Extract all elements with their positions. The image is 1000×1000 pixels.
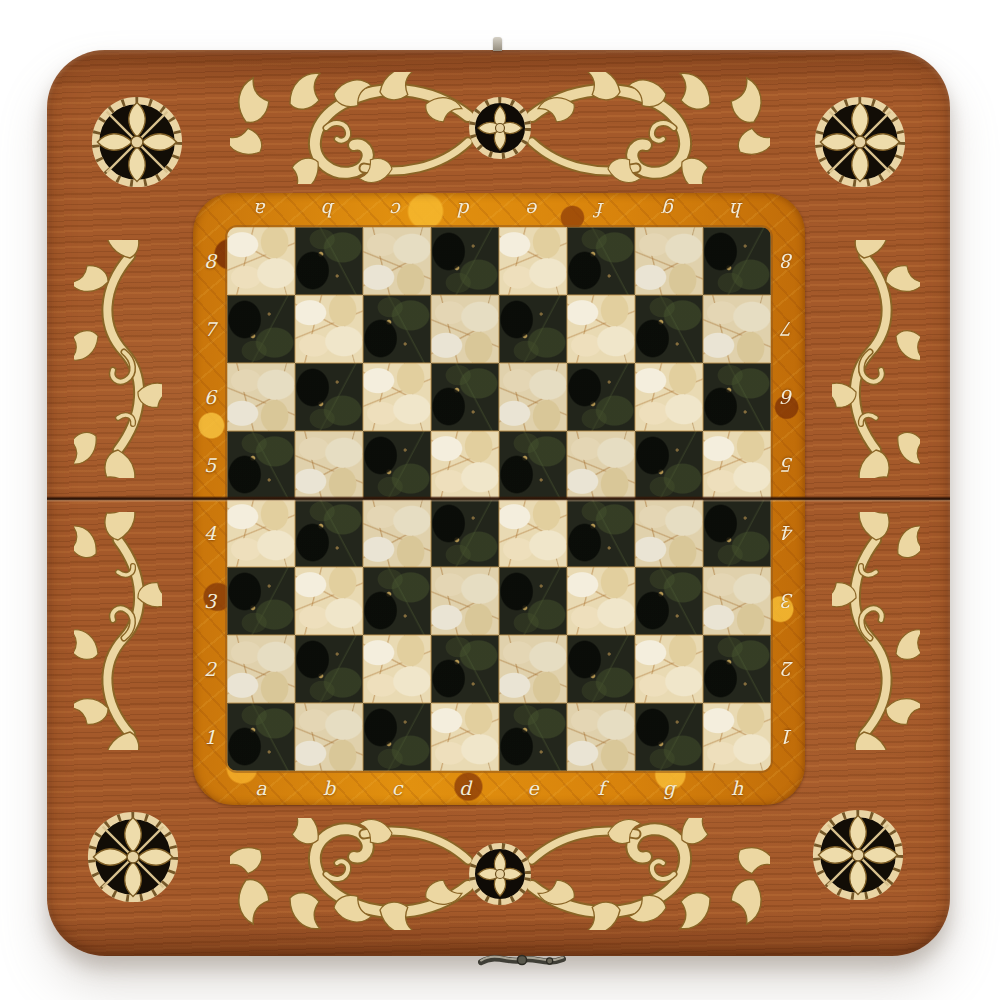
square-c6 [363, 363, 431, 431]
square-f7 [567, 295, 635, 363]
rank-label: 3 [771, 567, 805, 635]
square-f1 [567, 703, 635, 771]
square-c7 [363, 295, 431, 363]
file-label: h [703, 771, 771, 805]
fold-seam [47, 496, 950, 502]
square-d1 [431, 703, 499, 771]
rank-label: 8 [193, 227, 227, 295]
square-g6 [635, 363, 703, 431]
square-g5 [635, 431, 703, 499]
square-d2 [431, 635, 499, 703]
square-c3 [363, 567, 431, 635]
square-a2 [227, 635, 295, 703]
square-f3 [567, 567, 635, 635]
file-label: f [567, 771, 635, 805]
square-e4 [499, 499, 567, 567]
file-label: e [499, 193, 567, 227]
wooden-chess-box: abcdefgh abcdefgh 87654321 87654321 [47, 50, 950, 956]
floral-scroll-inlay-right-upper [832, 240, 920, 478]
square-e8 [499, 227, 567, 295]
file-label: a [227, 193, 295, 227]
square-g1 [635, 703, 703, 771]
square-b1 [295, 703, 363, 771]
square-c2 [363, 635, 431, 703]
square-g4 [635, 499, 703, 567]
square-c4 [363, 499, 431, 567]
rank-label: 4 [193, 499, 227, 567]
square-a7 [227, 295, 295, 363]
corner-rosette-icon [91, 96, 183, 188]
square-f4 [567, 499, 635, 567]
square-f2 [567, 635, 635, 703]
square-e1 [499, 703, 567, 771]
square-b2 [295, 635, 363, 703]
floral-scroll-inlay-right-lower [832, 512, 920, 750]
rank-label: 5 [193, 431, 227, 499]
square-e2 [499, 635, 567, 703]
square-b4 [295, 499, 363, 567]
rank-label: 1 [193, 703, 227, 771]
square-d6 [431, 363, 499, 431]
file-label: f [567, 193, 635, 227]
square-f6 [567, 363, 635, 431]
square-d7 [431, 295, 499, 363]
rank-label: 2 [771, 635, 805, 703]
square-b7 [295, 295, 363, 363]
rank-label: 8 [771, 227, 805, 295]
square-h4 [703, 499, 771, 567]
square-h2 [703, 635, 771, 703]
amber-chess-box-photo: abcdefgh abcdefgh 87654321 87654321 [0, 0, 1000, 1000]
square-h6 [703, 363, 771, 431]
rank-label: 6 [771, 363, 805, 431]
square-b6 [295, 363, 363, 431]
square-c1 [363, 703, 431, 771]
file-label: g [635, 193, 703, 227]
square-g3 [635, 567, 703, 635]
rank-label: 2 [193, 635, 227, 703]
floral-scroll-inlay-left-lower [74, 512, 162, 750]
hinge-pin-icon [493, 37, 502, 51]
square-a3 [227, 567, 295, 635]
floral-scroll-inlay-bottom [230, 818, 770, 930]
square-b8 [295, 227, 363, 295]
file-label: c [363, 771, 431, 805]
square-d4 [431, 499, 499, 567]
square-a8 [227, 227, 295, 295]
square-f5 [567, 431, 635, 499]
file-label: g [635, 771, 703, 805]
square-a4 [227, 499, 295, 567]
square-h1 [703, 703, 771, 771]
file-labels-bottom: abcdefgh [227, 771, 771, 805]
floral-scroll-inlay-top [230, 72, 770, 184]
square-e6 [499, 363, 567, 431]
square-b3 [295, 567, 363, 635]
square-f8 [567, 227, 635, 295]
rank-label: 7 [771, 295, 805, 363]
rank-label: 4 [771, 499, 805, 567]
square-c8 [363, 227, 431, 295]
square-a5 [227, 431, 295, 499]
file-label: d [431, 771, 499, 805]
corner-rosette-icon [812, 809, 904, 901]
square-h3 [703, 567, 771, 635]
file-label: b [295, 771, 363, 805]
square-g2 [635, 635, 703, 703]
square-h5 [703, 431, 771, 499]
square-d8 [431, 227, 499, 295]
square-h8 [703, 227, 771, 295]
file-label: e [499, 771, 567, 805]
square-g7 [635, 295, 703, 363]
rank-label: 7 [193, 295, 227, 363]
rank-label: 5 [771, 431, 805, 499]
square-c5 [363, 431, 431, 499]
file-label: c [363, 193, 431, 227]
square-a6 [227, 363, 295, 431]
file-label: a [227, 771, 295, 805]
square-g8 [635, 227, 703, 295]
file-labels-top: abcdefgh [227, 193, 771, 227]
metal-clasp-icon [478, 946, 566, 974]
file-label: d [431, 193, 499, 227]
file-label: h [703, 193, 771, 227]
rank-label: 3 [193, 567, 227, 635]
square-h7 [703, 295, 771, 363]
floral-scroll-inlay-left-upper [74, 240, 162, 478]
square-a1 [227, 703, 295, 771]
rank-label: 6 [193, 363, 227, 431]
square-e7 [499, 295, 567, 363]
rank-label: 1 [771, 703, 805, 771]
file-label: b [295, 193, 363, 227]
square-e5 [499, 431, 567, 499]
square-b5 [295, 431, 363, 499]
corner-rosette-icon [814, 96, 906, 188]
square-d5 [431, 431, 499, 499]
corner-rosette-icon [87, 811, 179, 903]
square-e3 [499, 567, 567, 635]
square-d3 [431, 567, 499, 635]
